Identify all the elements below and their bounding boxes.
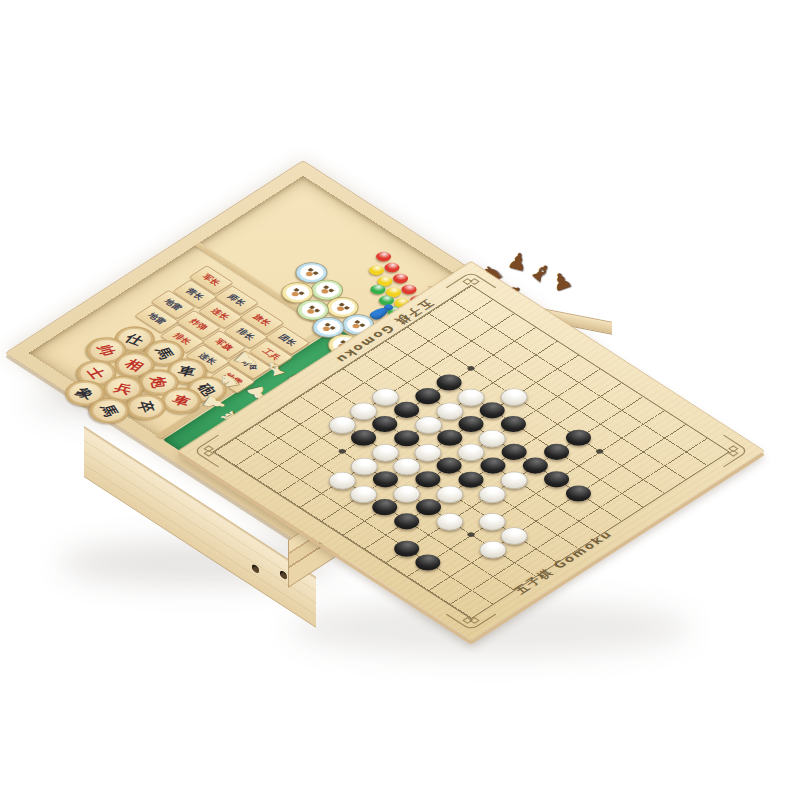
ludo-peg[interactable] <box>373 250 394 264</box>
ludo-peg[interactable] <box>381 261 402 275</box>
drawer-hole <box>252 563 259 575</box>
star-point <box>337 449 347 455</box>
ludo-peg[interactable] <box>390 272 411 286</box>
black-stone[interactable] <box>410 551 445 574</box>
black-stone[interactable] <box>561 482 596 505</box>
star-point <box>466 532 476 538</box>
drawer-hole <box>280 569 287 581</box>
chess-piece-dark[interactable]: ♟ <box>505 249 530 275</box>
star-point <box>466 366 476 372</box>
black-stone[interactable] <box>389 510 424 533</box>
product-photo-stage: { "game": "gomoku", "scene": "Wooden mul… <box>0 0 800 800</box>
star-point <box>595 449 605 455</box>
ludo-peg[interactable] <box>398 283 419 297</box>
chess-piece-dark[interactable]: ♟ <box>549 268 575 295</box>
